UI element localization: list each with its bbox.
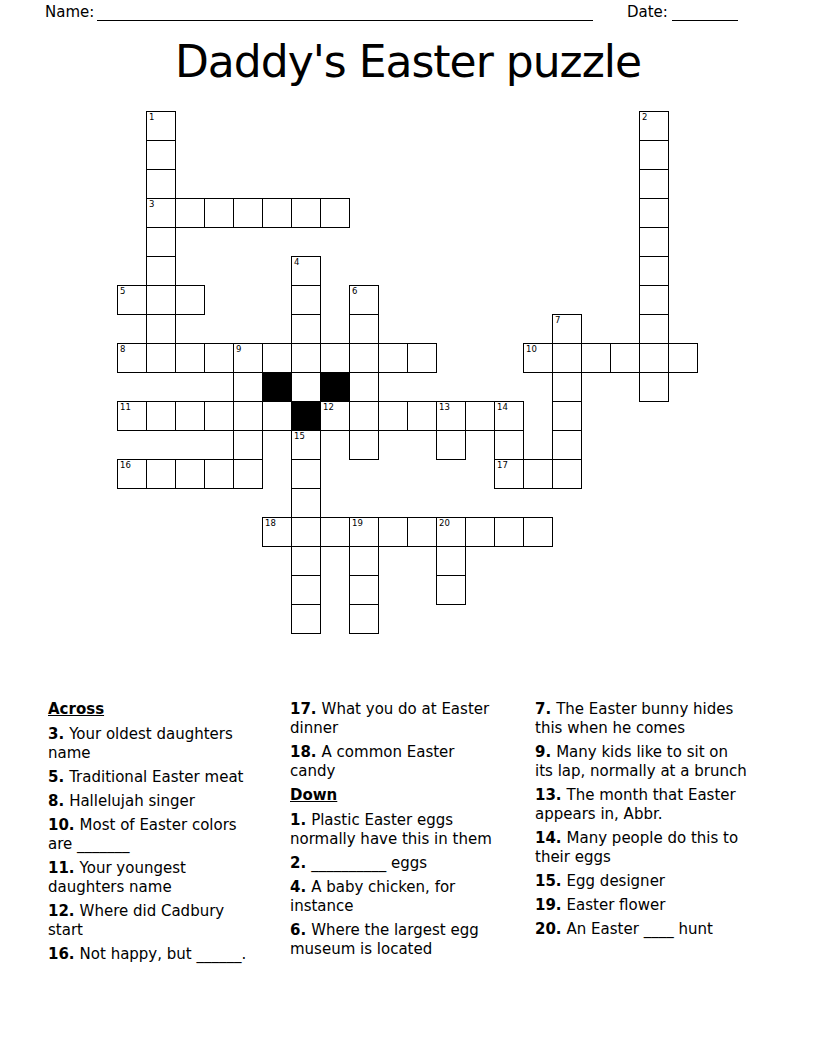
clue-14: 14.Many people do this to their eggs — [535, 829, 749, 867]
cell-number: 11 — [120, 402, 131, 412]
clue-text: Not happy, but ______. — [80, 945, 247, 963]
clue-7: 7.The Easter bunny hides this when he co… — [535, 700, 749, 738]
grid-cell-r14c9[interactable] — [378, 517, 408, 547]
clue-number: 6. — [290, 921, 306, 939]
grid-cell-r14c7[interactable] — [320, 517, 350, 547]
grid-cell-r12c13[interactable]: 17 — [494, 459, 524, 489]
cell-number: 12 — [323, 402, 334, 412]
clue-number: 10. — [48, 816, 75, 834]
grid-cell-r7c8[interactable] — [349, 314, 379, 344]
grid-cell-r12c2[interactable] — [175, 459, 205, 489]
clue-text: An Easter ____ hunt — [567, 920, 713, 938]
cell-number: 13 — [439, 402, 450, 412]
cell-number: 10 — [526, 344, 537, 354]
grid-cell-r10c9[interactable] — [378, 401, 408, 431]
clue-number: 16. — [48, 945, 75, 963]
clue-column-1: Across3.Your oldest daughters name5.Trad… — [48, 700, 248, 969]
grid-cell-r8c15[interactable] — [552, 343, 582, 373]
clue-12: 12.Where did Cadbury start — [48, 902, 248, 940]
date-label: Date: — [627, 3, 668, 21]
grid-cell-r10c0[interactable]: 11 — [117, 401, 147, 431]
clue-5: 5.Traditional Easter meat — [48, 768, 248, 787]
clue-number: 4. — [290, 878, 306, 896]
cell-number: 14 — [497, 402, 508, 412]
grid-cell-r8c6[interactable] — [291, 343, 321, 373]
grid-cell-r12c14[interactable] — [523, 459, 553, 489]
grid-cell-r10c12[interactable] — [465, 401, 495, 431]
grid-cell-r6c2[interactable] — [175, 285, 205, 315]
clue-18: 18.A common Easter candy — [290, 743, 495, 781]
grid-cell-r7c18[interactable] — [639, 314, 669, 344]
clue-column-3: 7.The Easter bunny hides this when he co… — [535, 700, 749, 944]
clue-16: 16.Not happy, but ______. — [48, 945, 248, 964]
grid-cell-r5c18[interactable] — [639, 256, 669, 286]
grid-cell-r17c8[interactable] — [349, 604, 379, 634]
grid-cell-r10c15[interactable] — [552, 401, 582, 431]
grid-cell-r14c6[interactable] — [291, 517, 321, 547]
grid-cell-r14c11[interactable]: 20 — [436, 517, 466, 547]
grid-cell-r10c1[interactable] — [146, 401, 176, 431]
clue-9: 9.Many kids like to sit on its lap, norm… — [535, 743, 749, 781]
grid-cell-r6c6[interactable] — [291, 285, 321, 315]
clue-number: 14. — [535, 829, 562, 847]
grid-cell-r14c8[interactable]: 19 — [349, 517, 379, 547]
clue-number: 17. — [290, 700, 317, 718]
clue-number: 5. — [48, 768, 64, 786]
cell-number: 9 — [236, 344, 241, 354]
cell-number: 18 — [265, 518, 276, 528]
clue-text: Your oldest daughters name — [48, 725, 233, 762]
clue-19: 19.Easter flower — [535, 896, 749, 915]
grid-cell-r0c1[interactable]: 1 — [146, 111, 176, 141]
clue-number: 13. — [535, 786, 562, 804]
grid-cell-r11c4[interactable] — [233, 430, 263, 460]
grid-cell-r3c4[interactable] — [233, 198, 263, 228]
grid-cell-r10c5[interactable] — [262, 401, 292, 431]
grid-cell-r9c18[interactable] — [639, 372, 669, 402]
grid-cell-r8c18[interactable] — [639, 343, 669, 373]
clue-number: 8. — [48, 792, 64, 810]
clue-15: 15.Egg designer — [535, 872, 749, 891]
clue-text: What you do at Easter dinner — [290, 700, 489, 737]
clue-number: 7. — [535, 700, 551, 718]
grid-cell-r12c3[interactable] — [204, 459, 234, 489]
grid-cell-r8c9[interactable] — [378, 343, 408, 373]
grid-cell-r0c18[interactable]: 2 — [639, 111, 669, 141]
clue-text: Hallelujah singer — [69, 792, 195, 810]
grid-cell-r8c4[interactable]: 9 — [233, 343, 263, 373]
clue-number: 1. — [290, 811, 306, 829]
grid-cell-r8c3[interactable] — [204, 343, 234, 373]
clue-text: __________ eggs — [311, 854, 427, 872]
grid-cell-r11c15[interactable] — [552, 430, 582, 460]
clue-number: 20. — [535, 920, 562, 938]
grid-cell-r15c6[interactable] — [291, 546, 321, 576]
clue-20: 20.An Easter ____ hunt — [535, 920, 749, 939]
date-blank-line[interactable] — [672, 2, 738, 21]
clue-text: Many kids like to sit on its lap, normal… — [535, 743, 747, 780]
clue-2: 2.__________ eggs — [290, 854, 495, 873]
grid-cell-r6c0[interactable]: 5 — [117, 285, 147, 315]
grid-cell-r8c10[interactable] — [407, 343, 437, 373]
grid-cell-r10c3[interactable] — [204, 401, 234, 431]
grid-cell-r7c15[interactable]: 7 — [552, 314, 582, 344]
cell-number: 20 — [439, 518, 450, 528]
grid-cell-r9c15[interactable] — [552, 372, 582, 402]
clue-number: 19. — [535, 896, 562, 914]
cell-number: 8 — [120, 344, 125, 354]
clue-text: Easter flower — [567, 896, 666, 914]
grid-cell-r15c8[interactable] — [349, 546, 379, 576]
clue-text: Most of Easter colors are _______ — [48, 816, 237, 853]
grid-cell-r12c0[interactable]: 16 — [117, 459, 147, 489]
grid-cell-r3c7[interactable] — [320, 198, 350, 228]
clue-17: 17.What you do at Easter dinner — [290, 700, 495, 738]
grid-cell-r2c1[interactable] — [146, 169, 176, 199]
clue-11: 11.Your youngest daughters name — [48, 859, 248, 897]
grid-cell-r6c1[interactable] — [146, 285, 176, 315]
name-label: Name: — [45, 3, 94, 21]
clue-3: 3.Your oldest daughters name — [48, 725, 248, 763]
grid-cell-r4c18[interactable] — [639, 227, 669, 257]
clue-number: 3. — [48, 725, 64, 743]
clue-10: 10.Most of Easter colors are _______ — [48, 816, 248, 854]
grid-cell-r10c2[interactable] — [175, 401, 205, 431]
grid-cell-r14c14[interactable] — [523, 517, 553, 547]
cell-number: 1 — [149, 112, 154, 122]
crossword-grid: 1234567891011121314151617181920 — [117, 111, 699, 635]
cell-number: 6 — [352, 286, 357, 296]
cell-number: 19 — [352, 518, 363, 528]
grid-cell-r11c8[interactable] — [349, 430, 379, 460]
cell-number: 3 — [149, 199, 154, 209]
grid-cell-r16c8[interactable] — [349, 575, 379, 605]
clue-text: Many people do this to their eggs — [535, 829, 738, 866]
cell-number: 16 — [120, 460, 131, 470]
name-date-row: Name: Date: — [0, 2, 816, 26]
grid-cell-r3c3[interactable] — [204, 198, 234, 228]
clue-number: 12. — [48, 902, 75, 920]
grid-cell-r8c17[interactable] — [610, 343, 640, 373]
clue-number: 2. — [290, 854, 306, 872]
cell-number: 15 — [294, 431, 305, 441]
grid-cell-r10c8[interactable] — [349, 401, 379, 431]
grid-cell-r8c19[interactable] — [668, 343, 698, 373]
grid-cell-r9c7 — [320, 372, 350, 402]
grid-cell-r12c4[interactable] — [233, 459, 263, 489]
grid-cell-r8c16[interactable] — [581, 343, 611, 373]
grid-cell-r12c15[interactable] — [552, 459, 582, 489]
name-blank-line[interactable] — [97, 2, 593, 21]
cell-number: 4 — [294, 257, 299, 267]
grid-cell-r16c6[interactable] — [291, 575, 321, 605]
cell-number: 5 — [120, 286, 125, 296]
cell-number: 2 — [642, 112, 647, 122]
grid-cell-r10c11[interactable]: 13 — [436, 401, 466, 431]
grid-cell-r8c5[interactable] — [262, 343, 292, 373]
grid-cell-r7c1[interactable] — [146, 314, 176, 344]
grid-cell-r1c1[interactable] — [146, 140, 176, 170]
clue-number: 18. — [290, 743, 317, 761]
clue-4: 4.A baby chicken, for instance — [290, 878, 495, 916]
cell-number: 7 — [555, 315, 560, 325]
grid-cell-r10c10[interactable] — [407, 401, 437, 431]
grid-cell-r17c6[interactable] — [291, 604, 321, 634]
grid-cell-r6c8[interactable]: 6 — [349, 285, 379, 315]
clue-number: 15. — [535, 872, 562, 890]
grid-cell-r15c11[interactable] — [436, 546, 466, 576]
clue-list-header-across: Across — [48, 700, 248, 719]
clue-number: 11. — [48, 859, 75, 877]
grid-cell-r14c5[interactable]: 18 — [262, 517, 292, 547]
clue-text: Egg designer — [567, 872, 665, 890]
grid-cell-r5c1[interactable] — [146, 256, 176, 286]
grid-cell-r4c1[interactable] — [146, 227, 176, 257]
grid-cell-r10c6 — [291, 401, 321, 431]
grid-cell-r11c13[interactable] — [494, 430, 524, 460]
clue-13: 13.The month that Easter appears in, Abb… — [535, 786, 749, 824]
clue-text: A baby chicken, for instance — [290, 878, 455, 915]
grid-cell-r1c18[interactable] — [639, 140, 669, 170]
grid-cell-r9c6[interactable] — [291, 372, 321, 402]
grid-cell-r3c1[interactable]: 3 — [146, 198, 176, 228]
grid-cell-r11c11[interactable] — [436, 430, 466, 460]
grid-cell-r6c18[interactable] — [639, 285, 669, 315]
worksheet-page: Name: Date: Daddy's Easter puzzle 123456… — [0, 0, 816, 1056]
clue-text: The Easter bunny hides this when he come… — [535, 700, 733, 737]
grid-cell-r8c14[interactable]: 10 — [523, 343, 553, 373]
grid-cell-r13c6[interactable] — [291, 488, 321, 518]
grid-cell-r3c5[interactable] — [262, 198, 292, 228]
grid-cell-r8c2[interactable] — [175, 343, 205, 373]
grid-cell-r12c1[interactable] — [146, 459, 176, 489]
clue-column-2: 17.What you do at Easter dinner18.A comm… — [290, 700, 495, 964]
grid-cell-r9c4[interactable] — [233, 372, 263, 402]
clue-text: Plastic Easter eggs normally have this i… — [290, 811, 492, 848]
grid-cell-r9c5 — [262, 372, 292, 402]
grid-cell-r10c4[interactable] — [233, 401, 263, 431]
grid-cell-r9c8[interactable] — [349, 372, 379, 402]
grid-cell-r12c6[interactable] — [291, 459, 321, 489]
grid-cell-r3c2[interactable] — [175, 198, 205, 228]
grid-cell-r3c6[interactable] — [291, 198, 321, 228]
grid-cell-r8c8[interactable] — [349, 343, 379, 373]
grid-cell-r16c11[interactable] — [436, 575, 466, 605]
puzzle-title: Daddy's Easter puzzle — [0, 36, 816, 87]
grid-cell-r10c13[interactable]: 14 — [494, 401, 524, 431]
grid-cell-r2c18[interactable] — [639, 169, 669, 199]
clue-list-header-down: Down — [290, 786, 495, 805]
cell-number: 17 — [497, 460, 508, 470]
grid-cell-r3c18[interactable] — [639, 198, 669, 228]
grid-cell-r5c6[interactable]: 4 — [291, 256, 321, 286]
clue-6: 6.Where the largest egg museum is locate… — [290, 921, 495, 959]
grid-cell-r7c6[interactable] — [291, 314, 321, 344]
grid-cell-r14c13[interactable] — [494, 517, 524, 547]
clue-number: 9. — [535, 743, 551, 761]
grid-cell-r8c7[interactable] — [320, 343, 350, 373]
clue-text: Where the largest egg museum is located — [290, 921, 479, 958]
grid-cell-r8c0[interactable]: 8 — [117, 343, 147, 373]
grid-cell-r8c1[interactable] — [146, 343, 176, 373]
clue-text: The month that Easter appears in, Abbr. — [535, 786, 736, 823]
grid-cell-r10c7[interactable]: 12 — [320, 401, 350, 431]
clue-1: 1.Plastic Easter eggs normally have this… — [290, 811, 495, 849]
grid-cell-r11c6[interactable]: 15 — [291, 430, 321, 460]
grid-cell-r14c12[interactable] — [465, 517, 495, 547]
clue-8: 8.Hallelujah singer — [48, 792, 248, 811]
clue-text: Traditional Easter meat — [69, 768, 243, 786]
grid-cell-r14c10[interactable] — [407, 517, 437, 547]
